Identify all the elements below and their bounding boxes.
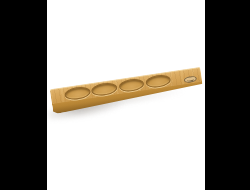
wooden-tray-board: [50, 67, 203, 104]
pit-recess: [145, 73, 172, 89]
brand-stamp-icon: [183, 75, 197, 84]
photo-area: [47, 0, 205, 190]
pillarbox-left: [0, 0, 47, 190]
stamp-illegible-mark-icon: [187, 77, 195, 82]
pit-recess: [91, 81, 118, 97]
pit-recess: [118, 77, 145, 93]
pillarbox-right: [205, 0, 250, 190]
pit-recess: [64, 85, 91, 101]
product-photo: [0, 0, 250, 190]
